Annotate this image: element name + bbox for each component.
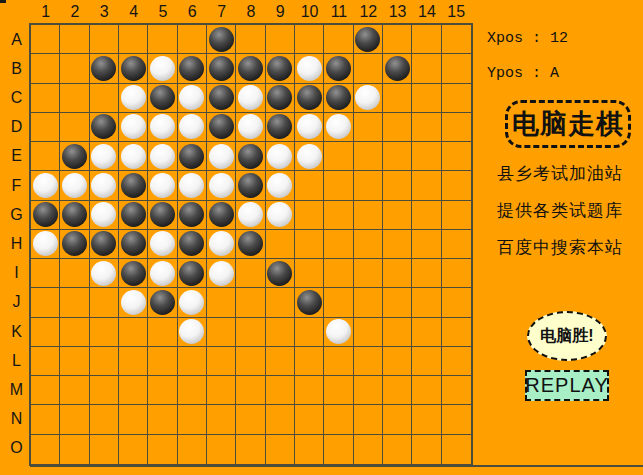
cell-C3[interactable] bbox=[90, 84, 119, 113]
board bbox=[29, 23, 473, 466]
cell-B12[interactable] bbox=[354, 54, 383, 83]
cell-C11[interactable] bbox=[324, 84, 353, 113]
cell-L13[interactable] bbox=[383, 347, 412, 376]
cell-H10[interactable] bbox=[295, 230, 324, 259]
cell-O13[interactable] bbox=[383, 435, 412, 464]
white-stone bbox=[150, 56, 175, 81]
white-stone bbox=[238, 85, 263, 110]
cell-B6[interactable] bbox=[178, 54, 207, 83]
cell-E9[interactable] bbox=[266, 142, 295, 171]
column-label-8: 8 bbox=[236, 2, 265, 22]
cell-F2[interactable] bbox=[60, 171, 89, 200]
white-stone bbox=[179, 173, 204, 198]
cell-G10[interactable] bbox=[295, 201, 324, 230]
cell-K11[interactable] bbox=[324, 318, 353, 347]
cell-J14[interactable] bbox=[412, 288, 441, 317]
cell-M4[interactable] bbox=[119, 376, 148, 405]
cell-B10[interactable] bbox=[295, 54, 324, 83]
cell-M12[interactable] bbox=[354, 376, 383, 405]
white-stone bbox=[62, 173, 87, 198]
cell-J7[interactable] bbox=[207, 288, 236, 317]
cell-E4[interactable] bbox=[119, 142, 148, 171]
cell-N15[interactable] bbox=[442, 405, 471, 434]
cell-A6[interactable] bbox=[178, 25, 207, 54]
cell-N5[interactable] bbox=[148, 405, 177, 434]
column-label-12: 12 bbox=[354, 2, 383, 22]
cell-F14[interactable] bbox=[412, 171, 441, 200]
cell-K14[interactable] bbox=[412, 318, 441, 347]
column-label-2: 2 bbox=[60, 2, 89, 22]
cell-F7[interactable] bbox=[207, 171, 236, 200]
cell-J13[interactable] bbox=[383, 288, 412, 317]
cell-G3[interactable] bbox=[90, 201, 119, 230]
xpos-readout: Xpos : 12 bbox=[487, 30, 568, 47]
cell-L11[interactable] bbox=[324, 347, 353, 376]
cell-F6[interactable] bbox=[178, 171, 207, 200]
cell-M14[interactable] bbox=[412, 376, 441, 405]
cell-D10[interactable] bbox=[295, 113, 324, 142]
cell-O4[interactable] bbox=[119, 435, 148, 464]
promo-line-3: 百度中搜索本站 bbox=[482, 236, 638, 259]
cell-B3[interactable] bbox=[90, 54, 119, 83]
cell-J9[interactable] bbox=[266, 288, 295, 317]
white-stone bbox=[179, 319, 204, 344]
cell-D2[interactable] bbox=[60, 113, 89, 142]
row-label-N: N bbox=[5, 405, 28, 434]
white-stone bbox=[150, 173, 175, 198]
cell-M13[interactable] bbox=[383, 376, 412, 405]
black-stone bbox=[209, 114, 234, 139]
black-stone bbox=[91, 114, 116, 139]
black-stone bbox=[179, 144, 204, 169]
cell-A9[interactable] bbox=[266, 25, 295, 54]
cell-L8[interactable] bbox=[236, 347, 265, 376]
cell-C12[interactable] bbox=[354, 84, 383, 113]
cell-K7[interactable] bbox=[207, 318, 236, 347]
column-label-1: 1 bbox=[31, 2, 60, 22]
white-stone bbox=[179, 114, 204, 139]
white-stone bbox=[297, 144, 322, 169]
white-stone bbox=[91, 202, 116, 227]
cell-N3[interactable] bbox=[90, 405, 119, 434]
cell-G1[interactable] bbox=[31, 201, 60, 230]
corner-artifact bbox=[0, 0, 6, 3]
white-stone bbox=[150, 231, 175, 256]
cell-A12[interactable] bbox=[354, 25, 383, 54]
cell-H2[interactable] bbox=[60, 230, 89, 259]
cell-D14[interactable] bbox=[412, 113, 441, 142]
cell-M2[interactable] bbox=[60, 376, 89, 405]
cell-L9[interactable] bbox=[266, 347, 295, 376]
black-stone bbox=[179, 231, 204, 256]
cell-G4[interactable] bbox=[119, 201, 148, 230]
cell-F9[interactable] bbox=[266, 171, 295, 200]
white-stone bbox=[121, 114, 146, 139]
column-label-11: 11 bbox=[324, 2, 353, 22]
cell-H8[interactable] bbox=[236, 230, 265, 259]
cell-O9[interactable] bbox=[266, 435, 295, 464]
cell-N9[interactable] bbox=[266, 405, 295, 434]
cell-B14[interactable] bbox=[412, 54, 441, 83]
cell-A5[interactable] bbox=[148, 25, 177, 54]
cell-J6[interactable] bbox=[178, 288, 207, 317]
cell-D9[interactable] bbox=[266, 113, 295, 142]
cell-I14[interactable] bbox=[412, 259, 441, 288]
computer-move-button[interactable]: 电脑走棋 bbox=[505, 100, 631, 148]
cell-E13[interactable] bbox=[383, 142, 412, 171]
cell-M7[interactable] bbox=[207, 376, 236, 405]
black-stone bbox=[267, 261, 292, 286]
cell-O6[interactable] bbox=[178, 435, 207, 464]
black-stone bbox=[209, 202, 234, 227]
cell-H6[interactable] bbox=[178, 230, 207, 259]
cell-E3[interactable] bbox=[90, 142, 119, 171]
cell-K13[interactable] bbox=[383, 318, 412, 347]
cell-H15[interactable] bbox=[442, 230, 471, 259]
cell-E7[interactable] bbox=[207, 142, 236, 171]
cell-B11[interactable] bbox=[324, 54, 353, 83]
cell-B7[interactable] bbox=[207, 54, 236, 83]
black-stone bbox=[238, 231, 263, 256]
cell-K15[interactable] bbox=[442, 318, 471, 347]
cell-D13[interactable] bbox=[383, 113, 412, 142]
cell-F10[interactable] bbox=[295, 171, 324, 200]
cell-A15[interactable] bbox=[442, 25, 471, 54]
cell-D3[interactable] bbox=[90, 113, 119, 142]
cell-D5[interactable] bbox=[148, 113, 177, 142]
cell-I5[interactable] bbox=[148, 259, 177, 288]
cell-G5[interactable] bbox=[148, 201, 177, 230]
cell-G6[interactable] bbox=[178, 201, 207, 230]
cell-E5[interactable] bbox=[148, 142, 177, 171]
cell-F12[interactable] bbox=[354, 171, 383, 200]
cell-B13[interactable] bbox=[383, 54, 412, 83]
column-label-6: 6 bbox=[178, 2, 207, 22]
row-label-M: M bbox=[5, 375, 28, 404]
cell-K9[interactable] bbox=[266, 318, 295, 347]
cell-E11[interactable] bbox=[324, 142, 353, 171]
cell-H9[interactable] bbox=[266, 230, 295, 259]
cell-I4[interactable] bbox=[119, 259, 148, 288]
cell-E8[interactable] bbox=[236, 142, 265, 171]
cell-G8[interactable] bbox=[236, 201, 265, 230]
cell-O5[interactable] bbox=[148, 435, 177, 464]
black-stone bbox=[62, 202, 87, 227]
cell-E12[interactable] bbox=[354, 142, 383, 171]
black-stone bbox=[326, 56, 351, 81]
cell-B1[interactable] bbox=[31, 54, 60, 83]
cell-N8[interactable] bbox=[236, 405, 265, 434]
cell-G15[interactable] bbox=[442, 201, 471, 230]
cell-L2[interactable] bbox=[60, 347, 89, 376]
cell-L4[interactable] bbox=[119, 347, 148, 376]
cell-I8[interactable] bbox=[236, 259, 265, 288]
cell-K6[interactable] bbox=[178, 318, 207, 347]
cell-M10[interactable] bbox=[295, 376, 324, 405]
cell-K10[interactable] bbox=[295, 318, 324, 347]
cell-D15[interactable] bbox=[442, 113, 471, 142]
cell-J1[interactable] bbox=[31, 288, 60, 317]
cell-E10[interactable] bbox=[295, 142, 324, 171]
cell-B5[interactable] bbox=[148, 54, 177, 83]
cell-G14[interactable] bbox=[412, 201, 441, 230]
cell-N13[interactable] bbox=[383, 405, 412, 434]
cell-J11[interactable] bbox=[324, 288, 353, 317]
cell-F5[interactable] bbox=[148, 171, 177, 200]
black-stone bbox=[33, 202, 58, 227]
column-label-15: 15 bbox=[442, 2, 471, 22]
cell-F11[interactable] bbox=[324, 171, 353, 200]
cell-C9[interactable] bbox=[266, 84, 295, 113]
cell-L7[interactable] bbox=[207, 347, 236, 376]
cell-L3[interactable] bbox=[90, 347, 119, 376]
white-stone bbox=[209, 231, 234, 256]
white-stone bbox=[33, 231, 58, 256]
cell-A1[interactable] bbox=[31, 25, 60, 54]
cell-B4[interactable] bbox=[119, 54, 148, 83]
cell-K2[interactable] bbox=[60, 318, 89, 347]
black-stone bbox=[267, 56, 292, 81]
cell-J10[interactable] bbox=[295, 288, 324, 317]
white-stone bbox=[238, 114, 263, 139]
cell-J5[interactable] bbox=[148, 288, 177, 317]
cell-A7[interactable] bbox=[207, 25, 236, 54]
cell-F3[interactable] bbox=[90, 171, 119, 200]
black-stone bbox=[62, 231, 87, 256]
cell-O1[interactable] bbox=[31, 435, 60, 464]
cell-N6[interactable] bbox=[178, 405, 207, 434]
cell-C5[interactable] bbox=[148, 84, 177, 113]
cell-C6[interactable] bbox=[178, 84, 207, 113]
cell-I12[interactable] bbox=[354, 259, 383, 288]
cell-N10[interactable] bbox=[295, 405, 324, 434]
black-stone bbox=[385, 56, 410, 81]
cell-C2[interactable] bbox=[60, 84, 89, 113]
cell-J2[interactable] bbox=[60, 288, 89, 317]
cell-M11[interactable] bbox=[324, 376, 353, 405]
cell-C1[interactable] bbox=[31, 84, 60, 113]
white-stone bbox=[209, 173, 234, 198]
cell-K8[interactable] bbox=[236, 318, 265, 347]
cell-I9[interactable] bbox=[266, 259, 295, 288]
row-labels: ABCDEFGHIJKLMNO bbox=[5, 25, 28, 463]
cell-H12[interactable] bbox=[354, 230, 383, 259]
row-label-K: K bbox=[5, 317, 28, 346]
cell-G9[interactable] bbox=[266, 201, 295, 230]
cell-D4[interactable] bbox=[119, 113, 148, 142]
cell-I6[interactable] bbox=[178, 259, 207, 288]
replay-button[interactable]: REPLAY bbox=[525, 370, 609, 401]
cell-L1[interactable] bbox=[31, 347, 60, 376]
black-stone bbox=[238, 144, 263, 169]
cell-A4[interactable] bbox=[119, 25, 148, 54]
cell-E1[interactable] bbox=[31, 142, 60, 171]
cell-N4[interactable] bbox=[119, 405, 148, 434]
cell-B15[interactable] bbox=[442, 54, 471, 83]
white-stone bbox=[238, 202, 263, 227]
cell-F8[interactable] bbox=[236, 171, 265, 200]
cell-I11[interactable] bbox=[324, 259, 353, 288]
white-stone bbox=[355, 85, 380, 110]
cell-M3[interactable] bbox=[90, 376, 119, 405]
cell-E14[interactable] bbox=[412, 142, 441, 171]
cell-J12[interactable] bbox=[354, 288, 383, 317]
cell-O11[interactable] bbox=[324, 435, 353, 464]
cell-A2[interactable] bbox=[60, 25, 89, 54]
cell-D1[interactable] bbox=[31, 113, 60, 142]
cell-J15[interactable] bbox=[442, 288, 471, 317]
cell-B8[interactable] bbox=[236, 54, 265, 83]
cell-B9[interactable] bbox=[266, 54, 295, 83]
cell-A13[interactable] bbox=[383, 25, 412, 54]
cell-I7[interactable] bbox=[207, 259, 236, 288]
cell-K1[interactable] bbox=[31, 318, 60, 347]
cell-L14[interactable] bbox=[412, 347, 441, 376]
cell-J8[interactable] bbox=[236, 288, 265, 317]
cell-O2[interactable] bbox=[60, 435, 89, 464]
cell-K5[interactable] bbox=[148, 318, 177, 347]
column-label-5: 5 bbox=[148, 2, 177, 22]
black-stone bbox=[179, 202, 204, 227]
cell-O8[interactable] bbox=[236, 435, 265, 464]
white-stone bbox=[179, 290, 204, 315]
cell-E2[interactable] bbox=[60, 142, 89, 171]
cell-O15[interactable] bbox=[442, 435, 471, 464]
cell-G12[interactable] bbox=[354, 201, 383, 230]
cell-K3[interactable] bbox=[90, 318, 119, 347]
black-stone bbox=[91, 56, 116, 81]
cell-L15[interactable] bbox=[442, 347, 471, 376]
cell-H3[interactable] bbox=[90, 230, 119, 259]
cell-O12[interactable] bbox=[354, 435, 383, 464]
row-label-J: J bbox=[5, 288, 28, 317]
cell-M1[interactable] bbox=[31, 376, 60, 405]
cell-L12[interactable] bbox=[354, 347, 383, 376]
cell-F13[interactable] bbox=[383, 171, 412, 200]
cell-C8[interactable] bbox=[236, 84, 265, 113]
cell-N1[interactable] bbox=[31, 405, 60, 434]
cell-G2[interactable] bbox=[60, 201, 89, 230]
cell-D6[interactable] bbox=[178, 113, 207, 142]
black-stone bbox=[121, 56, 146, 81]
cell-N7[interactable] bbox=[207, 405, 236, 434]
black-stone bbox=[150, 202, 175, 227]
cell-D11[interactable] bbox=[324, 113, 353, 142]
cell-N14[interactable] bbox=[412, 405, 441, 434]
cell-D7[interactable] bbox=[207, 113, 236, 142]
cell-G11[interactable] bbox=[324, 201, 353, 230]
cell-H13[interactable] bbox=[383, 230, 412, 259]
cell-H7[interactable] bbox=[207, 230, 236, 259]
cell-O3[interactable] bbox=[90, 435, 119, 464]
black-stone bbox=[267, 114, 292, 139]
white-stone bbox=[91, 173, 116, 198]
black-stone bbox=[297, 290, 322, 315]
result-badge: 电脑胜! bbox=[527, 311, 607, 361]
cell-M5[interactable] bbox=[148, 376, 177, 405]
cell-J3[interactable] bbox=[90, 288, 119, 317]
cell-I1[interactable] bbox=[31, 259, 60, 288]
promo-line-2: 提供各类试题库 bbox=[482, 199, 638, 222]
cell-N2[interactable] bbox=[60, 405, 89, 434]
cell-K4[interactable] bbox=[119, 318, 148, 347]
white-stone bbox=[121, 290, 146, 315]
cell-D8[interactable] bbox=[236, 113, 265, 142]
white-stone bbox=[209, 144, 234, 169]
cell-C10[interactable] bbox=[295, 84, 324, 113]
cell-K12[interactable] bbox=[354, 318, 383, 347]
cell-F15[interactable] bbox=[442, 171, 471, 200]
cell-H5[interactable] bbox=[148, 230, 177, 259]
cell-O10[interactable] bbox=[295, 435, 324, 464]
cell-C7[interactable] bbox=[207, 84, 236, 113]
cell-O14[interactable] bbox=[412, 435, 441, 464]
column-labels: 123456789101112131415 bbox=[31, 2, 471, 22]
cell-D12[interactable] bbox=[354, 113, 383, 142]
black-stone bbox=[267, 85, 292, 110]
cell-B2[interactable] bbox=[60, 54, 89, 83]
column-label-10: 10 bbox=[295, 2, 324, 22]
cell-F4[interactable] bbox=[119, 171, 148, 200]
cell-G7[interactable] bbox=[207, 201, 236, 230]
cell-C13[interactable] bbox=[383, 84, 412, 113]
white-stone bbox=[121, 144, 146, 169]
cell-C4[interactable] bbox=[119, 84, 148, 113]
cell-I13[interactable] bbox=[383, 259, 412, 288]
black-stone bbox=[326, 85, 351, 110]
cell-A3[interactable] bbox=[90, 25, 119, 54]
cell-A8[interactable] bbox=[236, 25, 265, 54]
cell-L6[interactable] bbox=[178, 347, 207, 376]
cell-H11[interactable] bbox=[324, 230, 353, 259]
cell-N12[interactable] bbox=[354, 405, 383, 434]
cell-C14[interactable] bbox=[412, 84, 441, 113]
cell-I10[interactable] bbox=[295, 259, 324, 288]
cell-H14[interactable] bbox=[412, 230, 441, 259]
cell-I3[interactable] bbox=[90, 259, 119, 288]
row-label-D: D bbox=[5, 113, 28, 142]
cell-L5[interactable] bbox=[148, 347, 177, 376]
cell-E6[interactable] bbox=[178, 142, 207, 171]
cell-I15[interactable] bbox=[442, 259, 471, 288]
cell-L10[interactable] bbox=[295, 347, 324, 376]
cell-I2[interactable] bbox=[60, 259, 89, 288]
cell-H4[interactable] bbox=[119, 230, 148, 259]
black-stone bbox=[209, 85, 234, 110]
cell-A10[interactable] bbox=[295, 25, 324, 54]
cell-C15[interactable] bbox=[442, 84, 471, 113]
cell-A14[interactable] bbox=[412, 25, 441, 54]
cell-O7[interactable] bbox=[207, 435, 236, 464]
row-label-O: O bbox=[5, 434, 28, 463]
cell-M15[interactable] bbox=[442, 376, 471, 405]
cell-J4[interactable] bbox=[119, 288, 148, 317]
cell-M8[interactable] bbox=[236, 376, 265, 405]
column-label-9: 9 bbox=[266, 2, 295, 22]
cell-A11[interactable] bbox=[324, 25, 353, 54]
column-label-3: 3 bbox=[90, 2, 119, 22]
cell-M6[interactable] bbox=[178, 376, 207, 405]
cell-H1[interactable] bbox=[31, 230, 60, 259]
black-stone bbox=[150, 290, 175, 315]
cell-E15[interactable] bbox=[442, 142, 471, 171]
cell-M9[interactable] bbox=[266, 376, 295, 405]
cell-F1[interactable] bbox=[31, 171, 60, 200]
cell-G13[interactable] bbox=[383, 201, 412, 230]
cell-N11[interactable] bbox=[324, 405, 353, 434]
row-label-G: G bbox=[5, 200, 28, 229]
black-stone bbox=[355, 27, 380, 52]
